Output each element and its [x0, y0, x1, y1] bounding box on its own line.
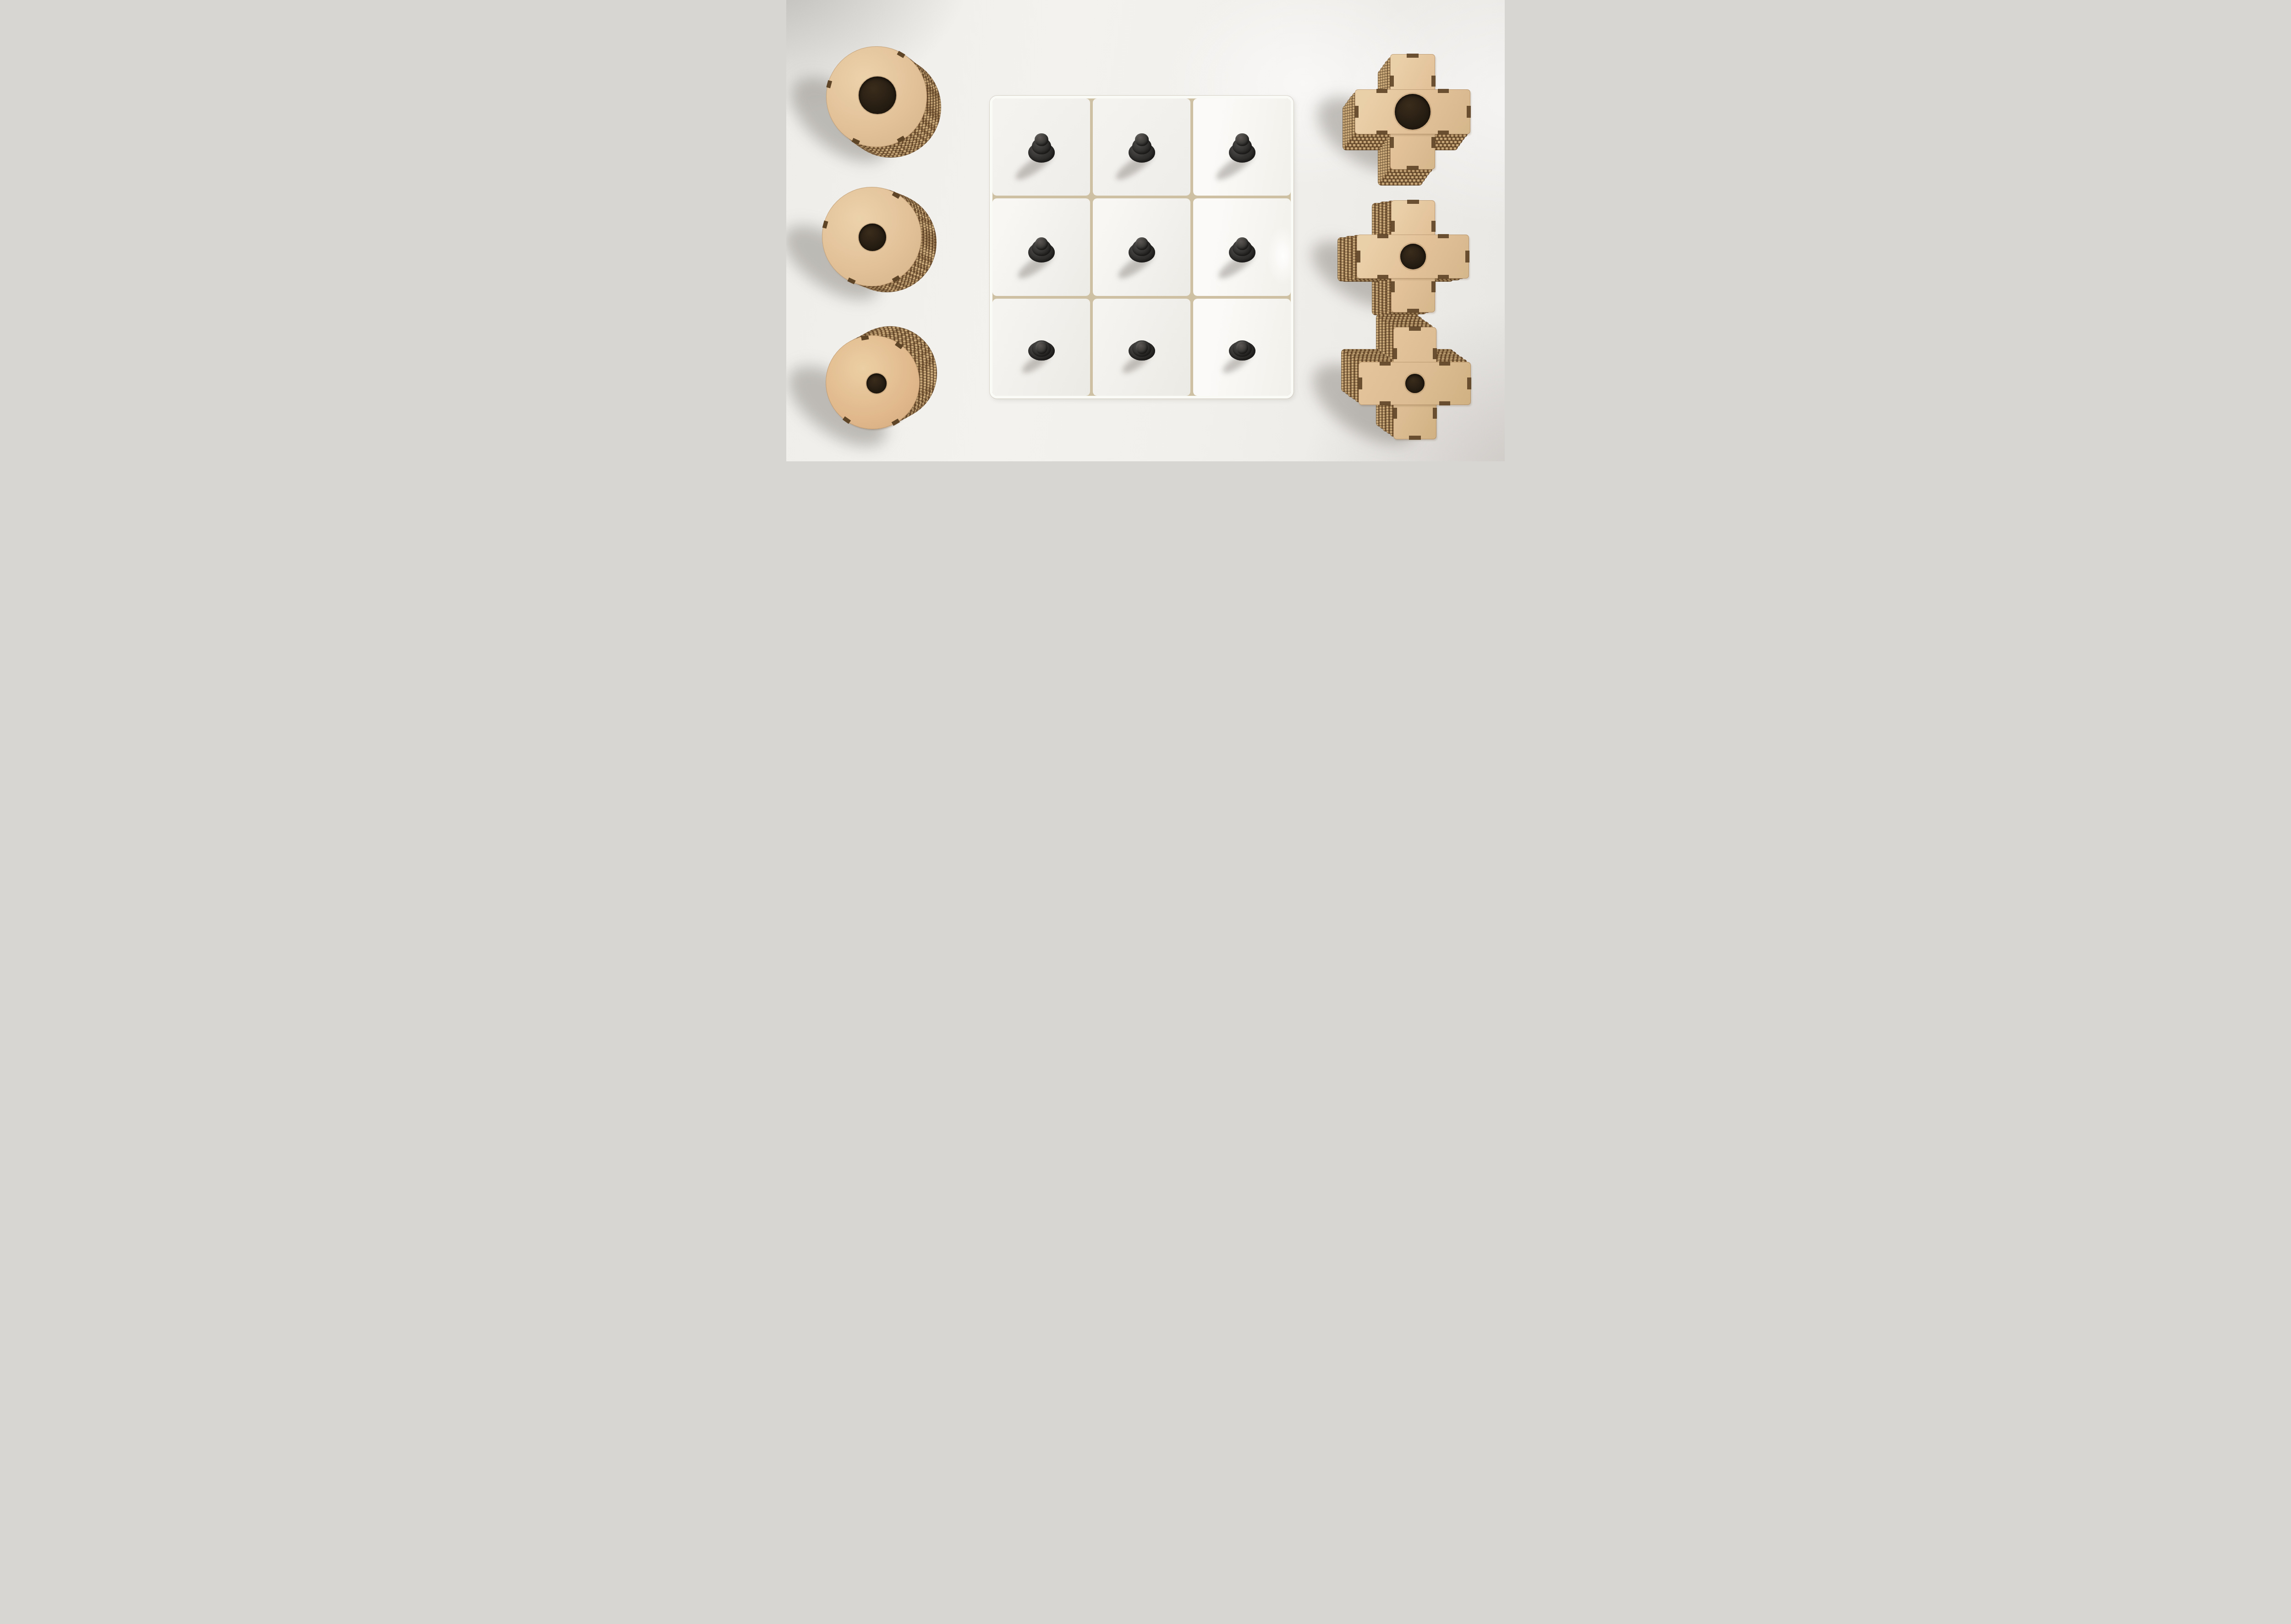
- joint-tab: [1407, 54, 1419, 58]
- peg-tier-top: [1135, 133, 1149, 146]
- peg-tier-top: [1035, 133, 1048, 146]
- peg: [1128, 129, 1156, 163]
- joint-notch: [892, 191, 900, 199]
- joint-tab: [1377, 234, 1388, 238]
- cell-r1c2[interactable]: [1093, 98, 1190, 196]
- peg-tier-top: [1135, 237, 1148, 250]
- joint-tab: [1380, 361, 1391, 366]
- joint-tab: [1433, 348, 1437, 359]
- peg: [1028, 332, 1055, 361]
- cell-r2c1[interactable]: [992, 198, 1090, 295]
- joint-tab: [1409, 327, 1421, 331]
- x-piece-stack-bottom[interactable]: [1359, 327, 1471, 439]
- peg: [1128, 229, 1156, 262]
- joint-tab: [1407, 200, 1419, 204]
- o-piece-stack-top[interactable]: [826, 46, 927, 147]
- peg: [1228, 229, 1256, 262]
- joint-tab: [1431, 137, 1436, 148]
- joint-tab: [1391, 221, 1395, 232]
- peg-tier-top: [1035, 237, 1048, 250]
- joint-tab: [1409, 436, 1421, 440]
- joint-tab: [1407, 309, 1419, 313]
- peg: [1028, 229, 1055, 262]
- o-piece-hole: [866, 373, 887, 394]
- joint-tab: [1431, 221, 1436, 232]
- joint-notch: [822, 220, 828, 229]
- o-piece-hole: [859, 77, 896, 114]
- joint-tab: [1376, 89, 1387, 93]
- joint-tab: [1439, 401, 1450, 405]
- x-piece-hole: [1405, 374, 1425, 393]
- joint-tab: [1438, 275, 1449, 279]
- scene: [786, 0, 1505, 461]
- tic-tac-toe-board: [990, 96, 1293, 399]
- joint-tab: [1393, 408, 1397, 419]
- peg: [1128, 332, 1156, 361]
- peg-tier-top: [1235, 133, 1249, 146]
- x-piece-hole: [1395, 94, 1431, 130]
- joint-tab: [1465, 251, 1469, 262]
- joint-notch: [891, 418, 899, 426]
- peg-tier-top: [1236, 341, 1248, 354]
- peg-tier-top: [1136, 341, 1148, 354]
- joint-tab: [1431, 76, 1436, 87]
- cell-r1c1[interactable]: [992, 98, 1090, 196]
- peg-tier-top: [1036, 341, 1047, 354]
- joint-tab: [1438, 131, 1449, 135]
- joint-notch: [897, 51, 905, 58]
- joint-tab: [1376, 131, 1387, 135]
- x-piece-face: [1355, 54, 1470, 170]
- x-piece-stack-middle[interactable]: [1357, 200, 1469, 312]
- x-piece-hole: [1400, 244, 1426, 269]
- joint-tab: [1431, 281, 1436, 292]
- joint-tab: [1438, 234, 1449, 238]
- peg: [1228, 129, 1256, 163]
- cell-r2c3[interactable]: [1193, 198, 1291, 295]
- x-piece-face: [1357, 200, 1469, 312]
- peg: [1028, 129, 1055, 163]
- peg: [1228, 332, 1256, 361]
- joint-tab: [1390, 76, 1394, 87]
- joint-tab: [1358, 377, 1362, 389]
- joint-tab: [1380, 401, 1391, 405]
- joint-tab: [1377, 275, 1388, 279]
- x-piece-face: [1359, 327, 1471, 439]
- joint-tab: [1467, 106, 1471, 118]
- o-piece-stack-bottom[interactable]: [826, 335, 920, 429]
- cell-r3c3[interactable]: [1193, 299, 1291, 396]
- x-piece-stack-top[interactable]: [1355, 54, 1470, 170]
- joint-tab: [1356, 251, 1360, 262]
- joint-tab: [1393, 348, 1397, 359]
- joint-tab: [1433, 408, 1437, 419]
- o-piece-face: [826, 335, 920, 429]
- o-piece-face: [826, 46, 927, 147]
- o-piece-stack-middle[interactable]: [822, 187, 921, 286]
- joint-tab: [1354, 106, 1359, 118]
- joint-tab: [1407, 166, 1419, 170]
- cell-r3c2[interactable]: [1093, 299, 1190, 396]
- cell-r1c3[interactable]: [1193, 98, 1291, 196]
- joint-tab: [1391, 281, 1395, 292]
- cell-r2c2[interactable]: [1093, 198, 1190, 295]
- peg-tier-top: [1236, 237, 1249, 250]
- cell-r3c1[interactable]: [992, 299, 1090, 396]
- joint-tab: [1467, 377, 1471, 389]
- joint-tab: [1438, 89, 1449, 93]
- joint-tab: [1439, 361, 1450, 366]
- joint-tab: [1390, 137, 1394, 148]
- o-piece-hole: [859, 224, 886, 251]
- o-piece-face: [822, 187, 921, 286]
- board-grid: [992, 98, 1291, 396]
